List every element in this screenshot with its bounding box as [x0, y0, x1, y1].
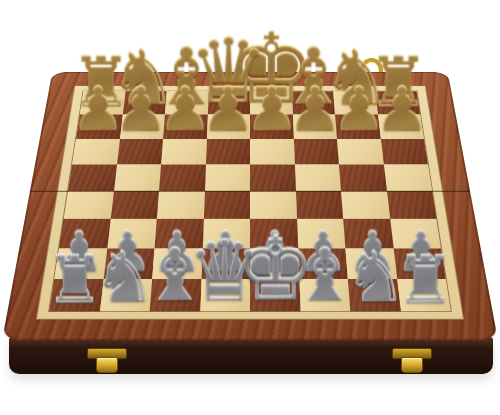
square-e4 — [250, 191, 297, 219]
square-f6 — [293, 139, 338, 164]
square-c4 — [157, 191, 205, 219]
square-b5 — [114, 164, 162, 191]
square-g4 — [341, 191, 390, 219]
square-f5 — [294, 164, 341, 191]
board-perspective-wrapper: ♜♞♝♛♚♝♞♜♟♟♟♟♟♟♟♟♟♟♟♟♟♟♟♟♜♞♝♛♚♝♞♜ — [30, 0, 470, 406]
hinge-seam — [30, 191, 471, 192]
piece-gold-pawn: ♟ — [375, 81, 430, 139]
square-e5 — [250, 164, 296, 191]
square-h7: ♟ — [378, 115, 424, 139]
square-d5 — [205, 164, 251, 191]
board-apron-border: ♜♞♝♛♚♝♞♜♟♟♟♟♟♟♟♟♟♟♟♟♟♟♟♟♜♞♝♛♚♝♞♜ — [36, 86, 464, 320]
square-c6 — [161, 139, 206, 164]
square-f7: ♟ — [293, 115, 337, 139]
piece-silver-rook: ♜ — [396, 248, 455, 311]
product-photo-stage: ♜♞♝♛♚♝♞♜♟♟♟♟♟♟♟♟♟♟♟♟♟♟♟♟♜♞♝♛♚♝♞♜ — [0, 0, 500, 415]
square-h5 — [383, 164, 432, 191]
square-b1: ♞ — [100, 279, 153, 311]
chess-board: ♜♞♝♛♚♝♞♜♟♟♟♟♟♟♟♟♟♟♟♟♟♟♟♟♜♞♝♛♚♝♞♜ — [2, 72, 498, 340]
square-d6 — [206, 139, 250, 164]
piece-silver-rook: ♜ — [45, 248, 104, 311]
board-grid: ♜♞♝♛♚♝♞♜♟♟♟♟♟♟♟♟♟♟♟♟♟♟♟♟♜♞♝♛♚♝♞♜ — [48, 91, 452, 312]
square-d1: ♛ — [200, 279, 250, 311]
square-a6 — [72, 139, 119, 164]
square-e6 — [250, 139, 294, 164]
square-g1: ♞ — [348, 279, 401, 311]
square-b4 — [110, 191, 159, 219]
square-b6 — [117, 139, 163, 164]
square-d4 — [203, 191, 250, 219]
square-a4 — [64, 191, 114, 219]
square-c5 — [159, 164, 206, 191]
square-a1: ♜ — [49, 279, 103, 311]
square-h1: ♜ — [397, 279, 451, 311]
square-a5 — [68, 164, 117, 191]
piece-silver-queen: ♛ — [187, 232, 262, 312]
square-d7: ♟ — [207, 115, 250, 139]
square-f4 — [296, 191, 344, 219]
square-g5 — [339, 164, 387, 191]
square-h6 — [380, 139, 427, 164]
square-h4 — [387, 191, 437, 219]
square-g6 — [337, 139, 383, 164]
